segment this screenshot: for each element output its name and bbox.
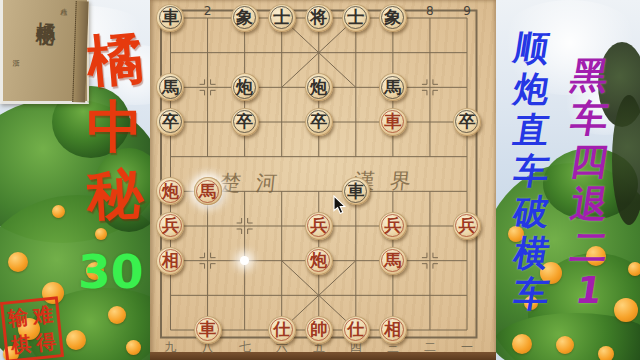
- piece-red-soldier[interactable]: 兵: [379, 212, 407, 240]
- title-purple-char: 退: [567, 183, 611, 226]
- subtitle-blue-char: 炮: [510, 69, 551, 110]
- piece-black-soldier[interactable]: 卒: [156, 108, 184, 136]
- piece-black-soldier[interactable]: 卒: [231, 108, 259, 136]
- signature-seal: 输难棋得: [0, 296, 64, 360]
- piece-red-elephant[interactable]: 相: [379, 316, 407, 344]
- title-purple: 黑车四退二1: [565, 54, 613, 312]
- book-title: 橘中秘: [34, 6, 60, 16]
- subtitle-blue-char: 横: [510, 233, 551, 274]
- orange-fruit: [95, 228, 107, 240]
- piece-red-general[interactable]: 帥: [305, 316, 333, 344]
- foliage-blob: [612, 95, 640, 225]
- piece-red-horse[interactable]: 馬: [194, 177, 222, 205]
- title-purple-char: 二: [567, 226, 611, 269]
- piece-black-elephant[interactable]: 象: [379, 4, 407, 32]
- series-title-char: 橘: [81, 23, 149, 95]
- seal-char: 得: [32, 327, 60, 356]
- orange-fruit: [628, 262, 640, 276]
- orange-fruit: [614, 298, 638, 322]
- piece-red-soldier[interactable]: 兵: [305, 212, 333, 240]
- title-purple-char: 1: [573, 269, 606, 312]
- orange-fruit: [126, 340, 141, 355]
- episode-number: 30: [78, 244, 136, 299]
- subtitle-blue: 顺炮直车破横车: [509, 28, 553, 315]
- piece-red-cannon[interactable]: 炮: [305, 247, 333, 275]
- piece-black-advisor[interactable]: 士: [342, 4, 370, 32]
- piece-red-soldier[interactable]: 兵: [453, 212, 481, 240]
- orange-fruit: [556, 336, 574, 354]
- piece-black-general[interactable]: 将: [305, 4, 333, 32]
- subtitle-blue-char: 直: [510, 110, 551, 151]
- piece-red-horse[interactable]: 馬: [379, 247, 407, 275]
- orange-fruit: [108, 306, 126, 324]
- piece-black-cannon[interactable]: 炮: [305, 73, 333, 101]
- seal-char: 难: [29, 301, 57, 330]
- piece-black-soldier[interactable]: 卒: [453, 108, 481, 136]
- piece-black-cannon[interactable]: 炮: [231, 73, 259, 101]
- subtitle-blue-char: 破: [510, 192, 551, 233]
- board-grid[interactable]: 車象士将士象馬炮炮馬卒卒卒車卒炮馬車兵兵兵兵相炮馬車仕帥仕相: [152, 1, 486, 348]
- title-purple-char: 车: [567, 97, 611, 140]
- orange-fruit: [8, 252, 28, 272]
- piece-red-cannon[interactable]: 炮: [156, 177, 184, 205]
- xiangqi-board[interactable]: 123456789九八七六五四三二一 楚河 漢界 車象士将士象馬炮炮馬卒卒卒車卒…: [150, 0, 496, 360]
- piece-black-soldier[interactable]: 卒: [305, 108, 333, 136]
- subtitle-blue-char: 顺: [510, 28, 551, 69]
- orange-fruit: [66, 330, 86, 350]
- book-cover-photo: 橘中秘 八種 浙江: [0, 0, 89, 104]
- orange-fruit: [512, 334, 532, 354]
- mouse-cursor: [333, 195, 347, 215]
- video-frame: 橘中秘 八種 浙江 橘中秘 30 输难棋得 123456789九八七六五四三二一…: [0, 0, 640, 360]
- last-move-origin-dot: [240, 256, 249, 265]
- piece-red-elephant[interactable]: 相: [156, 247, 184, 275]
- orange-fruit: [52, 205, 65, 218]
- piece-black-elephant[interactable]: 象: [231, 4, 259, 32]
- title-purple-char: 黑: [567, 54, 611, 97]
- seal-char: 输: [4, 303, 32, 332]
- piece-black-chariot[interactable]: 車: [156, 4, 184, 32]
- subtitle-blue-char: 车: [510, 274, 551, 315]
- piece-red-advisor[interactable]: 仕: [268, 316, 296, 344]
- series-title-char: 秘: [82, 158, 147, 228]
- piece-black-horse[interactable]: 馬: [156, 73, 184, 101]
- piece-black-horse[interactable]: 馬: [379, 73, 407, 101]
- piece-red-chariot[interactable]: 車: [194, 316, 222, 344]
- series-title: 橘中秘: [84, 26, 146, 227]
- series-title-char: 中: [84, 93, 146, 160]
- title-purple-char: 四: [567, 140, 611, 183]
- orange-fruit: [598, 346, 614, 360]
- piece-red-advisor[interactable]: 仕: [342, 316, 370, 344]
- seal-char: 棋: [7, 330, 35, 359]
- subtitle-blue-char: 车: [510, 151, 551, 192]
- piece-red-soldier[interactable]: 兵: [156, 212, 184, 240]
- piece-red-chariot[interactable]: 車: [379, 108, 407, 136]
- piece-black-advisor[interactable]: 士: [268, 4, 296, 32]
